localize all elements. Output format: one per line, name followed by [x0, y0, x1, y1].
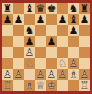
- black-pawn-icon[interactable]: ♟: [80, 14, 89, 25]
- square-a2[interactable]: ♙: [2, 69, 13, 80]
- square-f5[interactable]: [57, 36, 68, 47]
- black-pawn-icon[interactable]: ♟: [58, 14, 67, 25]
- square-h8[interactable]: ♜: [79, 3, 90, 14]
- square-d5[interactable]: [35, 36, 46, 47]
- square-e7[interactable]: [46, 14, 57, 25]
- white-rook-icon[interactable]: ♖: [80, 80, 89, 91]
- black-king-icon[interactable]: ♚: [47, 3, 56, 14]
- square-c3[interactable]: ♘: [24, 58, 35, 69]
- square-f4[interactable]: [57, 47, 68, 58]
- white-knight-icon[interactable]: ♘: [58, 58, 67, 69]
- square-a3[interactable]: [2, 58, 13, 69]
- square-d3[interactable]: [35, 58, 46, 69]
- square-d6[interactable]: [35, 25, 46, 36]
- white-pawn-icon[interactable]: ♙: [25, 47, 34, 58]
- square-f8[interactable]: [57, 3, 68, 14]
- square-e5[interactable]: ♟: [46, 36, 57, 47]
- square-g2[interactable]: ♗: [68, 69, 79, 80]
- square-e6[interactable]: [46, 25, 57, 36]
- black-rook-icon[interactable]: ♜: [80, 3, 89, 14]
- square-h6[interactable]: [79, 25, 90, 36]
- white-king-icon[interactable]: ♔: [47, 80, 56, 91]
- square-h1[interactable]: ♖: [79, 80, 90, 91]
- square-f3[interactable]: ♘: [57, 58, 68, 69]
- square-a6[interactable]: [2, 25, 13, 36]
- square-g6[interactable]: ♟: [68, 25, 79, 36]
- square-b4[interactable]: [13, 47, 24, 58]
- white-queen-icon[interactable]: ♕: [36, 80, 45, 91]
- black-pawn-icon[interactable]: ♟: [14, 14, 23, 25]
- white-knight-icon[interactable]: ♘: [25, 58, 34, 69]
- square-g7[interactable]: ♝: [68, 14, 79, 25]
- square-f1[interactable]: [57, 80, 68, 91]
- chess-board: ♜♝♛♚♞♜♟♟♟♟♝♟♞♟♟♟♙♘♘♙♙♙♙♙♙♗♙♖♗♕♔♖: [2, 3, 90, 91]
- square-c4[interactable]: ♙: [24, 47, 35, 58]
- white-pawn-icon[interactable]: ♙: [14, 69, 23, 80]
- black-bishop-icon[interactable]: ♝: [25, 3, 34, 14]
- square-e3[interactable]: [46, 58, 57, 69]
- black-rook-icon[interactable]: ♜: [3, 3, 12, 14]
- black-knight-icon[interactable]: ♞: [69, 3, 78, 14]
- square-b5[interactable]: [13, 36, 24, 47]
- square-c6[interactable]: ♞: [24, 25, 35, 36]
- square-f7[interactable]: ♟: [57, 14, 68, 25]
- white-pawn-icon[interactable]: ♙: [36, 69, 45, 80]
- square-d7[interactable]: ♟: [35, 14, 46, 25]
- square-e2[interactable]: ♙: [46, 69, 57, 80]
- square-d2[interactable]: ♙: [35, 69, 46, 80]
- square-g8[interactable]: ♞: [68, 3, 79, 14]
- square-g5[interactable]: [68, 36, 79, 47]
- black-pawn-icon[interactable]: ♟: [69, 25, 78, 36]
- square-b3[interactable]: [13, 58, 24, 69]
- square-h2[interactable]: ♙: [79, 69, 90, 80]
- square-c7[interactable]: [24, 14, 35, 25]
- white-rook-icon[interactable]: ♖: [3, 80, 12, 91]
- square-a4[interactable]: [2, 47, 13, 58]
- square-c2[interactable]: [24, 69, 35, 80]
- square-d4[interactable]: [35, 47, 46, 58]
- white-pawn-icon[interactable]: ♙: [80, 69, 89, 80]
- square-g4[interactable]: [68, 47, 79, 58]
- square-h5[interactable]: [79, 36, 90, 47]
- square-a5[interactable]: [2, 36, 13, 47]
- white-pawn-icon[interactable]: ♙: [47, 69, 56, 80]
- square-f2[interactable]: ♙: [57, 69, 68, 80]
- black-queen-icon[interactable]: ♛: [36, 3, 45, 14]
- square-b7[interactable]: ♟: [13, 14, 24, 25]
- white-pawn-icon[interactable]: ♙: [58, 69, 67, 80]
- board-frame: ♜♝♛♚♞♜♟♟♟♟♝♟♞♟♟♟♙♘♘♙♙♙♙♙♙♗♙♖♗♕♔♖: [0, 0, 92, 94]
- square-c5[interactable]: ♟: [24, 36, 35, 47]
- square-a8[interactable]: ♜: [2, 3, 13, 14]
- white-bishop-icon[interactable]: ♗: [25, 80, 34, 91]
- square-c1[interactable]: ♗: [24, 80, 35, 91]
- square-a1[interactable]: ♖: [2, 80, 13, 91]
- white-pawn-icon[interactable]: ♙: [3, 69, 12, 80]
- square-b6[interactable]: [13, 25, 24, 36]
- square-a7[interactable]: ♟: [2, 14, 13, 25]
- black-pawn-icon[interactable]: ♟: [3, 14, 12, 25]
- black-pawn-icon[interactable]: ♟: [36, 14, 45, 25]
- white-bishop-icon[interactable]: ♗: [69, 69, 78, 80]
- square-h3[interactable]: [79, 58, 90, 69]
- square-b1[interactable]: [13, 80, 24, 91]
- black-knight-icon[interactable]: ♞: [25, 25, 34, 36]
- square-b2[interactable]: ♙: [13, 69, 24, 80]
- square-h7[interactable]: ♟: [79, 14, 90, 25]
- black-pawn-icon[interactable]: ♟: [25, 36, 34, 47]
- square-e1[interactable]: ♔: [46, 80, 57, 91]
- square-d8[interactable]: ♛: [35, 3, 46, 14]
- square-e8[interactable]: ♚: [46, 3, 57, 14]
- black-pawn-icon[interactable]: ♟: [47, 36, 56, 47]
- square-g3[interactable]: ♙: [68, 58, 79, 69]
- white-pawn-icon[interactable]: ♙: [69, 58, 78, 69]
- square-f6[interactable]: [57, 25, 68, 36]
- square-d1[interactable]: ♕: [35, 80, 46, 91]
- square-e4[interactable]: [46, 47, 57, 58]
- square-c8[interactable]: ♝: [24, 3, 35, 14]
- square-b8[interactable]: [13, 3, 24, 14]
- square-h4[interactable]: [79, 47, 90, 58]
- square-g1[interactable]: [68, 80, 79, 91]
- black-bishop-icon[interactable]: ♝: [69, 14, 78, 25]
